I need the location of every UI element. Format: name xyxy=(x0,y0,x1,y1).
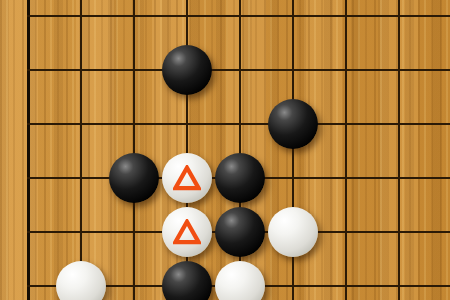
triangle-marker-icon xyxy=(173,165,201,191)
grid-vline xyxy=(398,0,400,300)
stone-black[interactable] xyxy=(268,99,318,149)
grid-vline xyxy=(345,0,347,300)
stone-black[interactable] xyxy=(215,153,265,203)
go-board-screenshot xyxy=(0,0,450,300)
triangle-marker-icon xyxy=(173,219,201,245)
board[interactable] xyxy=(0,0,450,300)
stone-white[interactable] xyxy=(268,207,318,257)
stone-white[interactable] xyxy=(162,153,212,203)
stone-black[interactable] xyxy=(162,261,212,300)
grid-hline xyxy=(27,69,450,71)
stone-black[interactable] xyxy=(215,207,265,257)
stone-black[interactable] xyxy=(162,45,212,95)
grid-vline xyxy=(133,0,135,300)
grid-hline xyxy=(27,15,450,17)
stone-white[interactable] xyxy=(56,261,106,300)
board-edge-line xyxy=(27,0,30,300)
stone-white[interactable] xyxy=(162,207,212,257)
grid-vline xyxy=(80,0,82,300)
stone-white[interactable] xyxy=(215,261,265,300)
grid-hline xyxy=(27,123,450,125)
stone-black[interactable] xyxy=(109,153,159,203)
